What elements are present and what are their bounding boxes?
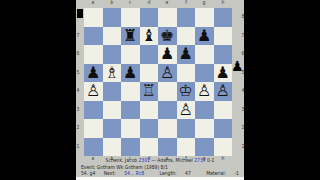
material-label: Material: bbox=[206, 171, 226, 176]
rank-label-left-5: 5 bbox=[75, 70, 80, 75]
file-label-top-a: a bbox=[90, 0, 95, 5]
white-player-name: Schenk, Jacob bbox=[106, 158, 137, 163]
current-move: 54. g4 bbox=[81, 171, 95, 176]
file-label-top-c: c bbox=[127, 0, 132, 5]
square-e6[interactable] bbox=[158, 45, 177, 64]
rank-label-left-1: 1 bbox=[75, 144, 80, 149]
material-field: Material: -1 bbox=[206, 171, 246, 176]
square-f4[interactable] bbox=[177, 82, 196, 101]
square-c1[interactable] bbox=[121, 138, 140, 157]
square-d1[interactable] bbox=[140, 138, 159, 157]
length-value: 47 bbox=[185, 171, 191, 176]
players-separator: — bbox=[151, 158, 156, 163]
square-a7[interactable] bbox=[84, 27, 103, 46]
next-move-field: Next: 54... Rc8 bbox=[104, 171, 151, 176]
material-value: -1 bbox=[234, 171, 238, 176]
square-g6[interactable] bbox=[195, 45, 214, 64]
square-g1[interactable] bbox=[195, 138, 214, 157]
square-c3[interactable] bbox=[121, 101, 140, 120]
square-e2[interactable] bbox=[158, 119, 177, 138]
square-g5[interactable] bbox=[195, 64, 214, 83]
event-line: Event: Gotham Wk Gotham (1989) 8/1 bbox=[76, 165, 249, 170]
chess-board bbox=[84, 8, 232, 156]
square-h8[interactable] bbox=[214, 8, 233, 27]
square-e8[interactable] bbox=[158, 8, 177, 27]
square-g2[interactable] bbox=[195, 119, 214, 138]
square-b8[interactable] bbox=[103, 8, 122, 27]
file-label-top-d: d bbox=[146, 0, 151, 5]
rank-label-left-7: 7 bbox=[75, 33, 80, 38]
rank-label-left-4: 4 bbox=[75, 88, 80, 93]
rank-label-right-8: 8 bbox=[240, 14, 245, 19]
square-d7[interactable] bbox=[140, 27, 159, 46]
square-h1[interactable] bbox=[214, 138, 233, 157]
rank-label-right-4: 4 bbox=[240, 88, 245, 93]
square-c5[interactable] bbox=[121, 64, 140, 83]
square-f1[interactable] bbox=[177, 138, 196, 157]
next-move-link[interactable]: 54... Rc8 bbox=[124, 171, 144, 176]
square-a3[interactable] bbox=[84, 101, 103, 120]
rank-label-right-2: 2 bbox=[240, 125, 245, 130]
square-b6[interactable] bbox=[103, 45, 122, 64]
square-c6[interactable] bbox=[121, 45, 140, 64]
square-f8[interactable] bbox=[177, 8, 196, 27]
square-h4[interactable] bbox=[214, 82, 233, 101]
square-e3[interactable] bbox=[158, 101, 177, 120]
black-player-name: Adams, Michael bbox=[157, 158, 192, 163]
file-label-top-e: e bbox=[164, 0, 169, 5]
file-label-top-h: h bbox=[220, 0, 225, 5]
square-d6[interactable] bbox=[140, 45, 159, 64]
square-c8[interactable] bbox=[121, 8, 140, 27]
length-label: Length: bbox=[160, 171, 177, 176]
square-e5[interactable] bbox=[158, 64, 177, 83]
square-h7[interactable] bbox=[214, 27, 233, 46]
square-c7[interactable] bbox=[121, 27, 140, 46]
square-e4[interactable] bbox=[158, 82, 177, 101]
length-field: Length: 47 bbox=[160, 171, 198, 176]
rank-label-left-2: 2 bbox=[75, 125, 80, 130]
square-e1[interactable] bbox=[158, 138, 177, 157]
white-player-rating: 2301 bbox=[138, 158, 149, 163]
rank-label-left-3: 3 bbox=[75, 107, 80, 112]
square-c4[interactable] bbox=[121, 82, 140, 101]
square-d2[interactable] bbox=[140, 119, 159, 138]
rank-label-right-1: 1 bbox=[240, 144, 245, 149]
board-panel: ♜♝♚♟♟♟♟♗♟♙♟♙♖♔♙♙♙ aabbccddeeffgghh887766… bbox=[76, 0, 244, 180]
status-line: 54. g4 Next: 54... Rc8 Length: 47 Materi… bbox=[76, 171, 249, 176]
square-d5[interactable] bbox=[140, 64, 159, 83]
square-a6[interactable] bbox=[84, 45, 103, 64]
next-label: Next: bbox=[104, 171, 116, 176]
square-h5[interactable] bbox=[214, 64, 233, 83]
square-a1[interactable] bbox=[84, 138, 103, 157]
material-pawn-icon: ♟ bbox=[231, 57, 244, 75]
square-g8[interactable] bbox=[195, 8, 214, 27]
players-line: Schenk, Jacob 2301 — Adams, Michael 2737… bbox=[76, 158, 244, 163]
square-h3[interactable] bbox=[214, 101, 233, 120]
square-b3[interactable] bbox=[103, 101, 122, 120]
square-f5[interactable] bbox=[177, 64, 196, 83]
square-b1[interactable] bbox=[103, 138, 122, 157]
square-e7[interactable] bbox=[158, 27, 177, 46]
rank-label-right-3: 3 bbox=[240, 107, 245, 112]
square-a8[interactable] bbox=[84, 8, 103, 27]
rank-label-left-6: 6 bbox=[75, 51, 80, 56]
square-f2[interactable] bbox=[177, 119, 196, 138]
square-g7[interactable] bbox=[195, 27, 214, 46]
square-f6[interactable] bbox=[177, 45, 196, 64]
rank-label-right-7: 7 bbox=[240, 33, 245, 38]
square-a2[interactable] bbox=[84, 119, 103, 138]
square-g4[interactable] bbox=[195, 82, 214, 101]
square-b2[interactable] bbox=[103, 119, 122, 138]
square-g3[interactable] bbox=[195, 101, 214, 120]
square-d3[interactable] bbox=[140, 101, 159, 120]
square-c2[interactable] bbox=[121, 119, 140, 138]
bottom-strip bbox=[76, 177, 244, 180]
square-b4[interactable] bbox=[103, 82, 122, 101]
square-a4[interactable] bbox=[84, 82, 103, 101]
side-to-move-indicator bbox=[77, 9, 83, 18]
square-f3[interactable] bbox=[177, 101, 196, 120]
square-f7[interactable] bbox=[177, 27, 196, 46]
square-h2[interactable] bbox=[214, 119, 233, 138]
square-h6[interactable] bbox=[214, 45, 233, 64]
square-b5[interactable] bbox=[103, 64, 122, 83]
square-d4[interactable] bbox=[140, 82, 159, 101]
event-text: Event: Gotham Wk Gotham (1989) 8/1 bbox=[81, 165, 168, 170]
file-label-top-b: b bbox=[109, 0, 114, 5]
game-result: 0-1 bbox=[207, 158, 214, 163]
square-a5[interactable] bbox=[84, 64, 103, 83]
black-player-rating: 2737 bbox=[194, 158, 205, 163]
file-label-top-f: f bbox=[183, 0, 188, 5]
square-d8[interactable] bbox=[140, 8, 159, 27]
square-b7[interactable] bbox=[103, 27, 122, 46]
file-label-top-g: g bbox=[201, 0, 206, 5]
